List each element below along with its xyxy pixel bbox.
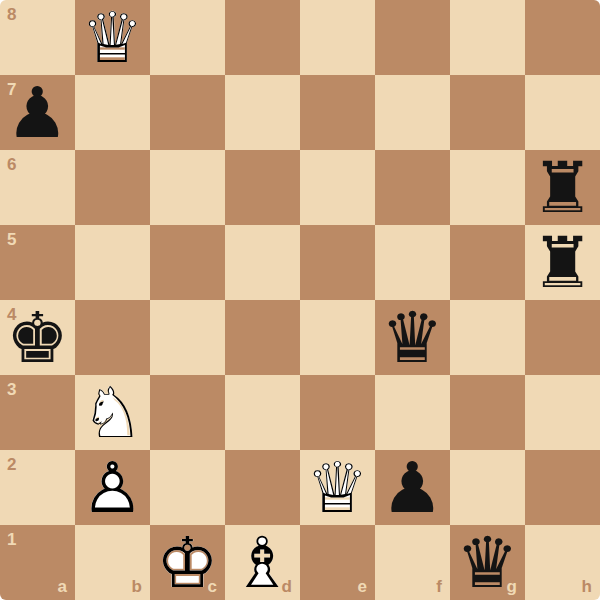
piece-white-pawn[interactable]: ♟♙ (75, 450, 150, 525)
square-a7[interactable]: 7♟ (0, 75, 75, 150)
square-d3[interactable] (225, 375, 300, 450)
white-pawn-fill-glyph: ♟ (75, 450, 150, 525)
square-b8[interactable]: ♛♕ (75, 0, 150, 75)
square-g1[interactable]: g♛ (450, 525, 525, 600)
square-e7[interactable] (300, 75, 375, 150)
white-bishop-outline-glyph: ♗ (225, 525, 300, 600)
white-queen-fill-glyph: ♛ (300, 450, 375, 525)
square-c4[interactable] (150, 300, 225, 375)
square-c2[interactable] (150, 450, 225, 525)
square-e6[interactable] (300, 150, 375, 225)
square-b2[interactable]: ♟♙ (75, 450, 150, 525)
square-b3[interactable]: ♞♘ (75, 375, 150, 450)
black-pawn-glyph: ♟ (375, 450, 450, 525)
white-bishop-fill-glyph: ♝ (225, 525, 300, 600)
square-f3[interactable] (375, 375, 450, 450)
white-king-fill-glyph: ♚ (150, 525, 225, 600)
square-d2[interactable] (225, 450, 300, 525)
white-queen-fill-glyph: ♛ (75, 0, 150, 75)
square-f7[interactable] (375, 75, 450, 150)
rank-label-5: 5 (7, 231, 16, 248)
black-queen-glyph: ♛ (450, 525, 525, 600)
square-c3[interactable] (150, 375, 225, 450)
square-f5[interactable] (375, 225, 450, 300)
square-d4[interactable] (225, 300, 300, 375)
square-a8[interactable]: 8 (0, 0, 75, 75)
square-b7[interactable] (75, 75, 150, 150)
square-b1[interactable]: b (75, 525, 150, 600)
piece-black-pawn[interactable]: ♟ (375, 450, 450, 525)
rank-label-8: 8 (7, 6, 16, 23)
square-a5[interactable]: 5 (0, 225, 75, 300)
square-d8[interactable] (225, 0, 300, 75)
chess-board: 8♛♕7♟6♜5♜4♚♛3♞♘2♟♙♛♕♟1abc♚♔d♝♗efg♛h (0, 0, 600, 600)
piece-black-rook[interactable]: ♜ (525, 225, 600, 300)
black-queen-glyph: ♛ (375, 300, 450, 375)
black-rook-glyph: ♜ (525, 225, 600, 300)
square-h1[interactable]: h (525, 525, 600, 600)
square-g7[interactable] (450, 75, 525, 150)
rank-label-6: 6 (7, 156, 16, 173)
square-c8[interactable] (150, 0, 225, 75)
square-c7[interactable] (150, 75, 225, 150)
square-f6[interactable] (375, 150, 450, 225)
square-e4[interactable] (300, 300, 375, 375)
square-e1[interactable]: e (300, 525, 375, 600)
piece-white-king[interactable]: ♚♔ (150, 525, 225, 600)
square-a2[interactable]: 2 (0, 450, 75, 525)
piece-white-queen[interactable]: ♛♕ (75, 0, 150, 75)
square-b6[interactable] (75, 150, 150, 225)
square-f8[interactable] (375, 0, 450, 75)
black-pawn-glyph: ♟ (0, 75, 75, 150)
white-pawn-outline-glyph: ♙ (75, 450, 150, 525)
square-g5[interactable] (450, 225, 525, 300)
square-f4[interactable]: ♛ (375, 300, 450, 375)
white-queen-outline-glyph: ♕ (300, 450, 375, 525)
rank-label-1: 1 (7, 531, 16, 548)
square-e8[interactable] (300, 0, 375, 75)
square-h8[interactable] (525, 0, 600, 75)
piece-black-queen[interactable]: ♛ (375, 300, 450, 375)
file-label-b: b (132, 578, 142, 595)
square-g8[interactable] (450, 0, 525, 75)
piece-white-queen[interactable]: ♛♕ (300, 450, 375, 525)
square-e5[interactable] (300, 225, 375, 300)
white-queen-outline-glyph: ♕ (75, 0, 150, 75)
square-f1[interactable]: f (375, 525, 450, 600)
square-a1[interactable]: 1a (0, 525, 75, 600)
square-f2[interactable]: ♟ (375, 450, 450, 525)
square-h5[interactable]: ♜ (525, 225, 600, 300)
piece-black-pawn[interactable]: ♟ (0, 75, 75, 150)
piece-black-king[interactable]: ♚ (0, 300, 75, 375)
black-king-glyph: ♚ (0, 300, 75, 375)
square-g2[interactable] (450, 450, 525, 525)
rank-label-2: 2 (7, 456, 16, 473)
square-a6[interactable]: 6 (0, 150, 75, 225)
square-d6[interactable] (225, 150, 300, 225)
square-h7[interactable] (525, 75, 600, 150)
white-king-outline-glyph: ♔ (150, 525, 225, 600)
square-d1[interactable]: d♝♗ (225, 525, 300, 600)
white-knight-outline-glyph: ♘ (75, 375, 150, 450)
square-a4[interactable]: 4♚ (0, 300, 75, 375)
square-h6[interactable]: ♜ (525, 150, 600, 225)
black-rook-glyph: ♜ (525, 150, 600, 225)
piece-white-bishop[interactable]: ♝♗ (225, 525, 300, 600)
piece-black-rook[interactable]: ♜ (525, 150, 600, 225)
square-c1[interactable]: c♚♔ (150, 525, 225, 600)
square-g6[interactable] (450, 150, 525, 225)
piece-white-knight[interactable]: ♞♘ (75, 375, 150, 450)
square-e3[interactable] (300, 375, 375, 450)
square-c6[interactable] (150, 150, 225, 225)
white-knight-fill-glyph: ♞ (75, 375, 150, 450)
square-e2[interactable]: ♛♕ (300, 450, 375, 525)
file-label-a: a (58, 578, 67, 595)
square-d7[interactable] (225, 75, 300, 150)
file-label-h: h (582, 578, 592, 595)
piece-black-queen[interactable]: ♛ (450, 525, 525, 600)
square-h2[interactable] (525, 450, 600, 525)
rank-label-3: 3 (7, 381, 16, 398)
square-b5[interactable] (75, 225, 150, 300)
square-h4[interactable] (525, 300, 600, 375)
square-d5[interactable] (225, 225, 300, 300)
square-h3[interactable] (525, 375, 600, 450)
file-label-e: e (358, 578, 367, 595)
square-b4[interactable] (75, 300, 150, 375)
square-g3[interactable] (450, 375, 525, 450)
square-g4[interactable] (450, 300, 525, 375)
file-label-f: f (436, 578, 442, 595)
square-c5[interactable] (150, 225, 225, 300)
square-a3[interactable]: 3 (0, 375, 75, 450)
